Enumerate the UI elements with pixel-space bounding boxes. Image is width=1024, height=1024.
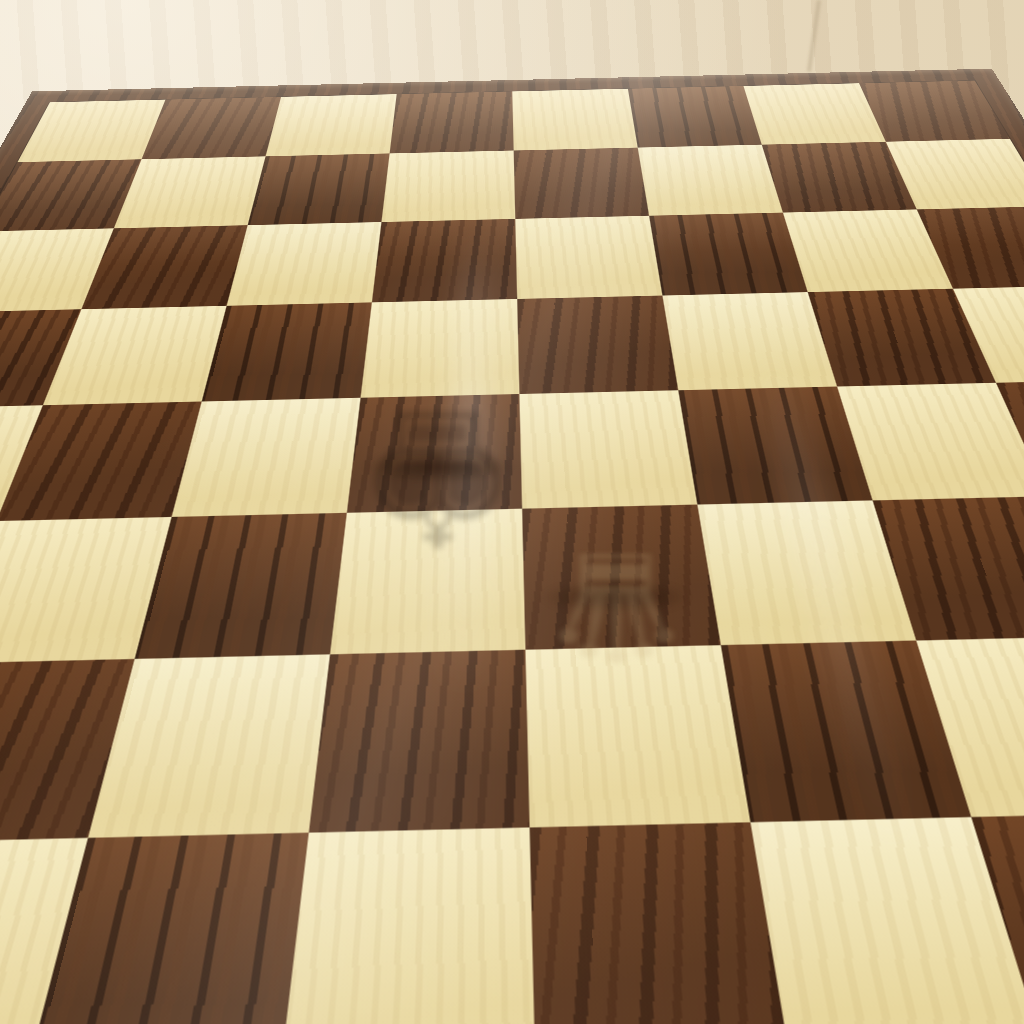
- square-h8[interactable]: [859, 81, 1010, 142]
- table-seam: [807, 0, 821, 72]
- square-b8[interactable]: [142, 97, 282, 159]
- square-c8[interactable]: [266, 94, 397, 156]
- photo-scene: ♚♚♛♛: [0, 0, 1024, 1024]
- square-f7[interactable]: [638, 145, 783, 216]
- square-e7[interactable]: [514, 148, 649, 219]
- square-c3[interactable]: [135, 513, 347, 659]
- square-f8[interactable]: [628, 86, 762, 148]
- square-e8[interactable]: [512, 89, 637, 151]
- square-c5[interactable]: [202, 302, 372, 401]
- square-c4[interactable]: [172, 398, 361, 517]
- square-d1[interactable]: [281, 827, 535, 1024]
- square-d8[interactable]: [390, 91, 514, 153]
- square-f6[interactable]: [649, 213, 808, 296]
- square-e6[interactable]: [515, 216, 662, 299]
